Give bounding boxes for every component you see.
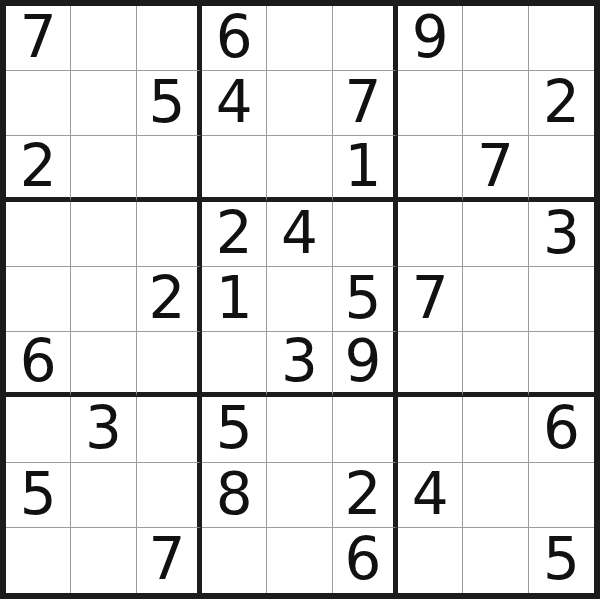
- cell-r7c3[interactable]: [137, 397, 202, 462]
- given-digit: 2: [20, 137, 57, 197]
- cell-r4c9: 3: [529, 202, 594, 267]
- cell-r7c5[interactable]: [267, 397, 332, 462]
- given-digit: 6: [543, 399, 580, 459]
- cell-r8c6: 2: [333, 463, 398, 528]
- cell-r6c4[interactable]: [202, 332, 267, 397]
- given-digit: 5: [543, 530, 580, 590]
- cell-r2c4: 4: [202, 71, 267, 136]
- cell-r6c3[interactable]: [137, 332, 202, 397]
- given-digit: 7: [20, 8, 57, 68]
- given-digit: 2: [344, 465, 381, 525]
- given-digit: 5: [344, 269, 381, 329]
- cell-r5c3: 2: [137, 267, 202, 332]
- cell-r9c7[interactable]: [398, 528, 463, 593]
- cell-r7c8[interactable]: [463, 397, 528, 462]
- cell-r5c5[interactable]: [267, 267, 332, 332]
- cell-r8c1: 5: [6, 463, 71, 528]
- cell-r3c5[interactable]: [267, 136, 332, 201]
- given-digit: 6: [216, 8, 253, 68]
- given-digit: 1: [216, 269, 253, 329]
- cell-r1c3[interactable]: [137, 6, 202, 71]
- given-digit: 3: [543, 204, 580, 264]
- cell-r4c2[interactable]: [71, 202, 136, 267]
- cell-r8c2[interactable]: [71, 463, 136, 528]
- given-digit: 7: [477, 137, 514, 197]
- cell-r8c4: 8: [202, 463, 267, 528]
- cell-r8c8[interactable]: [463, 463, 528, 528]
- cell-r6c2[interactable]: [71, 332, 136, 397]
- cell-r3c3[interactable]: [137, 136, 202, 201]
- cell-r7c6[interactable]: [333, 397, 398, 462]
- cell-r6c8[interactable]: [463, 332, 528, 397]
- given-digit: 2: [216, 204, 253, 264]
- cell-r4c8[interactable]: [463, 202, 528, 267]
- cell-r3c8: 7: [463, 136, 528, 201]
- cell-r4c5: 4: [267, 202, 332, 267]
- cell-r5c6: 5: [333, 267, 398, 332]
- given-digit: 6: [20, 332, 57, 392]
- cell-r9c2[interactable]: [71, 528, 136, 593]
- given-digit: 7: [148, 530, 185, 590]
- cell-r8c7: 4: [398, 463, 463, 528]
- given-digit: 5: [20, 465, 57, 525]
- cell-r9c9: 5: [529, 528, 594, 593]
- sudoku-board: 769547221724321576393565824765: [0, 0, 600, 599]
- cell-r5c7: 7: [398, 267, 463, 332]
- given-digit: 9: [344, 332, 381, 392]
- cell-r1c5[interactable]: [267, 6, 332, 71]
- cell-r1c6[interactable]: [333, 6, 398, 71]
- cell-r2c7[interactable]: [398, 71, 463, 136]
- given-digit: 5: [148, 73, 185, 133]
- cell-r2c3: 5: [137, 71, 202, 136]
- cell-r5c2[interactable]: [71, 267, 136, 332]
- cell-r4c4: 2: [202, 202, 267, 267]
- cell-r9c4[interactable]: [202, 528, 267, 593]
- cell-r1c2[interactable]: [71, 6, 136, 71]
- cell-r6c5: 3: [267, 332, 332, 397]
- cell-r6c1: 6: [6, 332, 71, 397]
- given-digit: 1: [344, 137, 381, 197]
- cell-r9c8[interactable]: [463, 528, 528, 593]
- cell-r1c4: 6: [202, 6, 267, 71]
- given-digit: 4: [281, 204, 318, 264]
- cell-r3c6: 1: [333, 136, 398, 201]
- cell-r9c6: 6: [333, 528, 398, 593]
- cell-r9c5[interactable]: [267, 528, 332, 593]
- cell-r5c1[interactable]: [6, 267, 71, 332]
- cell-r7c2: 3: [71, 397, 136, 462]
- cell-r8c5[interactable]: [267, 463, 332, 528]
- cell-r2c9: 2: [529, 71, 594, 136]
- given-digit: 7: [344, 73, 381, 133]
- given-digit: 3: [281, 332, 318, 392]
- cell-r5c8[interactable]: [463, 267, 528, 332]
- given-digit: 3: [85, 399, 122, 459]
- cell-r6c6: 9: [333, 332, 398, 397]
- cell-r9c3: 7: [137, 528, 202, 593]
- cell-r2c2[interactable]: [71, 71, 136, 136]
- cell-r1c9[interactable]: [529, 6, 594, 71]
- cell-r4c7[interactable]: [398, 202, 463, 267]
- given-digit: 7: [412, 269, 449, 329]
- cell-r1c1: 7: [6, 6, 71, 71]
- given-digit: 4: [216, 73, 253, 133]
- cell-r2c8[interactable]: [463, 71, 528, 136]
- given-digit: 4: [412, 465, 449, 525]
- cell-r9c1[interactable]: [6, 528, 71, 593]
- cell-r3c9[interactable]: [529, 136, 594, 201]
- puzzle-page: 769547221724321576393565824765: [0, 0, 600, 599]
- cell-r7c9: 6: [529, 397, 594, 462]
- cell-r1c8[interactable]: [463, 6, 528, 71]
- cell-r1c7: 9: [398, 6, 463, 71]
- cell-r6c7[interactable]: [398, 332, 463, 397]
- cell-r2c5[interactable]: [267, 71, 332, 136]
- cell-r3c2[interactable]: [71, 136, 136, 201]
- cell-r7c7[interactable]: [398, 397, 463, 462]
- given-digit: 2: [543, 73, 580, 133]
- given-digit: 5: [216, 399, 253, 459]
- cell-r7c4: 5: [202, 397, 267, 462]
- cell-r3c4[interactable]: [202, 136, 267, 201]
- given-digit: 9: [412, 8, 449, 68]
- given-digit: 8: [216, 465, 253, 525]
- cell-r4c3[interactable]: [137, 202, 202, 267]
- cell-r2c1[interactable]: [6, 71, 71, 136]
- cell-r4c6[interactable]: [333, 202, 398, 267]
- cell-r3c7[interactable]: [398, 136, 463, 201]
- cell-r7c1[interactable]: [6, 397, 71, 462]
- cell-r6c9[interactable]: [529, 332, 594, 397]
- cell-r5c4: 1: [202, 267, 267, 332]
- given-digit: 2: [148, 269, 185, 329]
- cell-r8c9[interactable]: [529, 463, 594, 528]
- cell-r4c1[interactable]: [6, 202, 71, 267]
- given-digit: 6: [344, 530, 381, 590]
- cell-r5c9[interactable]: [529, 267, 594, 332]
- cell-r3c1: 2: [6, 136, 71, 201]
- cell-r2c6: 7: [333, 71, 398, 136]
- cell-r8c3[interactable]: [137, 463, 202, 528]
